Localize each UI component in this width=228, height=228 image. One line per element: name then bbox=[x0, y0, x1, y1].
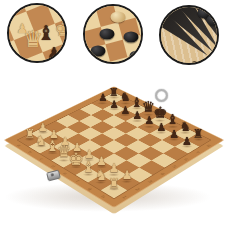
product-photo: ♟♛♝♚♟♟ abcdefgh 87654321 ♜♞♝♛♚♝♞♜♟♟♟♟♟♟♟… bbox=[0, 0, 228, 228]
piece-white-pawn: ♟ bbox=[96, 156, 106, 168]
piece-black-pawn: ♟ bbox=[98, 93, 107, 103]
piece-black-pawn: ♟ bbox=[157, 123, 167, 134]
piece-white-pawn: ♟ bbox=[122, 171, 133, 183]
piece-white-pawn: ♟ bbox=[109, 163, 119, 175]
piece-black-bishop: ♝ bbox=[166, 114, 178, 128]
piece-black-pawn: ♟ bbox=[182, 136, 192, 147]
piece-black-pawn: ♟ bbox=[132, 110, 142, 121]
piece-black-knight: ♞ bbox=[120, 91, 131, 103]
pieces-overlay: ♜♞♝♛♚♝♞♜♟♟♟♟♟♟♟♟♟♟♟♟♟♟♟♟♜♞♝♛♚♝♞♜ bbox=[0, 0, 228, 228]
piece-black-pawn: ♟ bbox=[144, 117, 154, 128]
piece-white-rook: ♜ bbox=[24, 128, 35, 140]
piece-white-knight: ♞ bbox=[95, 168, 108, 182]
piece-black-king: ♚ bbox=[153, 105, 167, 121]
piece-black-rook: ♜ bbox=[109, 87, 119, 98]
piece-black-rook: ♜ bbox=[193, 128, 204, 140]
piece-black-pawn: ♟ bbox=[169, 129, 179, 140]
piece-black-pawn: ♟ bbox=[121, 105, 130, 116]
piece-black-pawn: ♟ bbox=[109, 99, 118, 109]
piece-white-bishop: ♝ bbox=[82, 160, 95, 175]
piece-black-knight: ♞ bbox=[179, 121, 190, 134]
piece-white-rook: ♜ bbox=[108, 177, 120, 190]
